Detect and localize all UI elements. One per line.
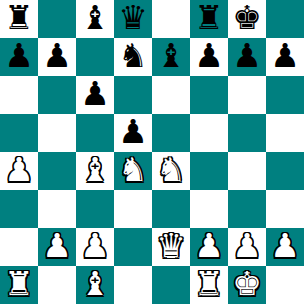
square-h2[interactable]: ♟ <box>266 228 304 266</box>
square-c1[interactable]: ♝ <box>76 266 114 304</box>
white-rook[interactable]: ♜ <box>194 265 224 303</box>
square-d8[interactable]: ♛ <box>114 0 152 38</box>
white-bishop[interactable]: ♝ <box>80 151 110 189</box>
square-g5[interactable] <box>228 114 266 152</box>
square-c8[interactable]: ♝ <box>76 0 114 38</box>
square-a4[interactable]: ♟ <box>0 152 38 190</box>
square-b5[interactable] <box>38 114 76 152</box>
square-c7[interactable] <box>76 38 114 76</box>
square-f6[interactable] <box>190 76 228 114</box>
square-f1[interactable]: ♜ <box>190 266 228 304</box>
black-queen[interactable]: ♛ <box>118 0 148 37</box>
black-pawn[interactable]: ♟ <box>4 37 34 75</box>
square-g4[interactable] <box>228 152 266 190</box>
square-f2[interactable]: ♟ <box>190 228 228 266</box>
square-e8[interactable] <box>152 0 190 38</box>
black-pawn[interactable]: ♟ <box>232 37 262 75</box>
black-bishop[interactable]: ♝ <box>80 0 110 37</box>
white-bishop[interactable]: ♝ <box>80 265 110 303</box>
square-d1[interactable] <box>114 266 152 304</box>
white-pawn[interactable]: ♟ <box>232 227 262 265</box>
white-pawn[interactable]: ♟ <box>42 227 72 265</box>
square-g6[interactable] <box>228 76 266 114</box>
square-c4[interactable]: ♝ <box>76 152 114 190</box>
white-pawn[interactable]: ♟ <box>4 151 34 189</box>
square-h3[interactable] <box>266 190 304 228</box>
black-king[interactable]: ♚ <box>232 0 262 37</box>
black-knight[interactable]: ♞ <box>118 37 148 75</box>
square-f5[interactable] <box>190 114 228 152</box>
square-e3[interactable] <box>152 190 190 228</box>
square-f7[interactable]: ♟ <box>190 38 228 76</box>
square-a8[interactable]: ♜ <box>0 0 38 38</box>
square-h5[interactable] <box>266 114 304 152</box>
square-b4[interactable] <box>38 152 76 190</box>
square-b1[interactable] <box>38 266 76 304</box>
square-e4[interactable]: ♞ <box>152 152 190 190</box>
white-pawn[interactable]: ♟ <box>270 227 300 265</box>
square-a7[interactable]: ♟ <box>0 38 38 76</box>
square-f8[interactable]: ♜ <box>190 0 228 38</box>
square-c3[interactable] <box>76 190 114 228</box>
black-pawn[interactable]: ♟ <box>270 37 300 75</box>
square-a6[interactable] <box>0 76 38 114</box>
square-b7[interactable]: ♟ <box>38 38 76 76</box>
square-a1[interactable]: ♜ <box>0 266 38 304</box>
white-king[interactable]: ♚ <box>232 265 262 303</box>
square-h4[interactable] <box>266 152 304 190</box>
square-g3[interactable] <box>228 190 266 228</box>
white-pawn[interactable]: ♟ <box>80 227 110 265</box>
square-a3[interactable] <box>0 190 38 228</box>
black-pawn[interactable]: ♟ <box>42 37 72 75</box>
black-rook[interactable]: ♜ <box>4 0 34 37</box>
square-c6[interactable]: ♟ <box>76 76 114 114</box>
square-a2[interactable] <box>0 228 38 266</box>
square-g7[interactable]: ♟ <box>228 38 266 76</box>
black-pawn[interactable]: ♟ <box>80 75 110 113</box>
square-f3[interactable] <box>190 190 228 228</box>
square-h1[interactable] <box>266 266 304 304</box>
black-pawn[interactable]: ♟ <box>194 37 224 75</box>
white-queen[interactable]: ♛ <box>156 227 186 265</box>
square-g2[interactable]: ♟ <box>228 228 266 266</box>
square-d2[interactable] <box>114 228 152 266</box>
square-c5[interactable] <box>76 114 114 152</box>
square-d3[interactable] <box>114 190 152 228</box>
square-g1[interactable]: ♚ <box>228 266 266 304</box>
square-e2[interactable]: ♛ <box>152 228 190 266</box>
square-a5[interactable] <box>0 114 38 152</box>
square-g8[interactable]: ♚ <box>228 0 266 38</box>
white-rook[interactable]: ♜ <box>4 265 34 303</box>
black-rook[interactable]: ♜ <box>194 0 224 37</box>
square-b2[interactable]: ♟ <box>38 228 76 266</box>
square-d4[interactable]: ♞ <box>114 152 152 190</box>
square-b3[interactable] <box>38 190 76 228</box>
white-knight[interactable]: ♞ <box>118 151 148 189</box>
square-d6[interactable] <box>114 76 152 114</box>
square-e1[interactable] <box>152 266 190 304</box>
white-pawn[interactable]: ♟ <box>194 227 224 265</box>
black-bishop[interactable]: ♝ <box>156 37 186 75</box>
square-c2[interactable]: ♟ <box>76 228 114 266</box>
chess-board: ♜♝♛♜♚♟♟♞♝♟♟♟♟♟♟♝♞♞♟♟♛♟♟♟♜♝♜♚ <box>0 0 304 304</box>
square-h7[interactable]: ♟ <box>266 38 304 76</box>
black-pawn[interactable]: ♟ <box>118 113 148 151</box>
square-f4[interactable] <box>190 152 228 190</box>
square-e6[interactable] <box>152 76 190 114</box>
square-h6[interactable] <box>266 76 304 114</box>
square-b6[interactable] <box>38 76 76 114</box>
white-knight[interactable]: ♞ <box>156 151 186 189</box>
square-e7[interactable]: ♝ <box>152 38 190 76</box>
square-e5[interactable] <box>152 114 190 152</box>
square-d5[interactable]: ♟ <box>114 114 152 152</box>
square-b8[interactable] <box>38 0 76 38</box>
square-d7[interactable]: ♞ <box>114 38 152 76</box>
square-h8[interactable] <box>266 0 304 38</box>
